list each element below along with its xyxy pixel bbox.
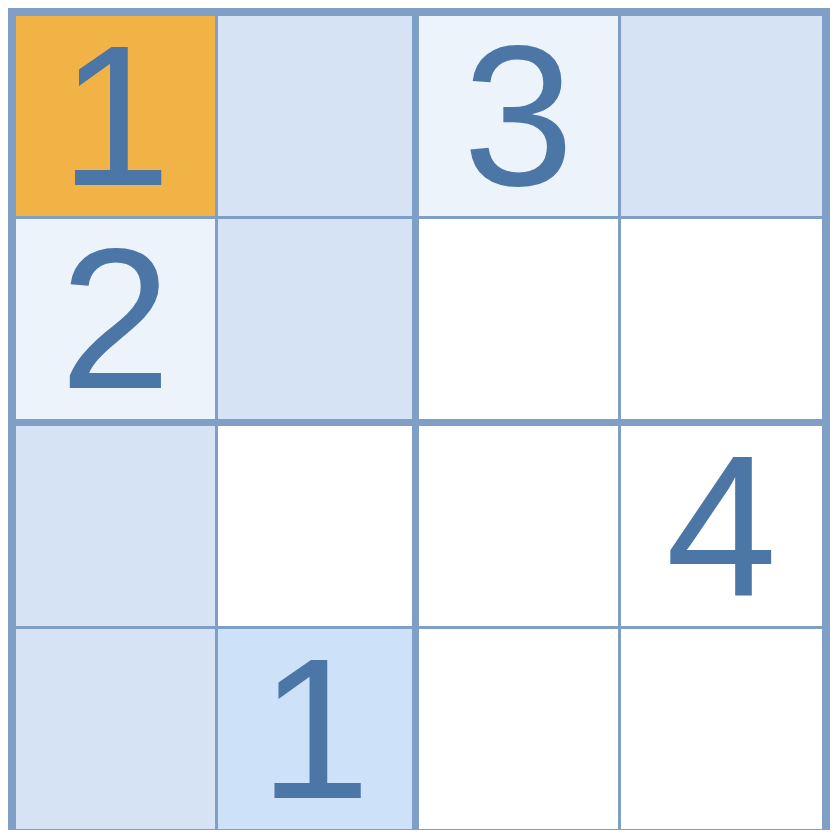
cell-r0c2[interactable]: 3: [419, 16, 621, 219]
cell-r1c0[interactable]: 2: [16, 219, 218, 426]
cell-r3c1[interactable]: 1: [218, 629, 420, 829]
cell-r2c0[interactable]: [16, 426, 218, 629]
sudoku-board: 1 3 2 4 1: [8, 8, 830, 830]
cell-r3c0[interactable]: [16, 629, 218, 829]
page: 1 3 2 4 1: [0, 0, 838, 840]
cell-r1c1[interactable]: [218, 219, 420, 426]
cell-r3c2[interactable]: [419, 629, 621, 829]
cell-r2c2[interactable]: [419, 426, 621, 629]
cell-r2c1[interactable]: [218, 426, 420, 629]
cell-r0c3[interactable]: [621, 16, 823, 219]
cell-r0c0[interactable]: 1: [16, 16, 218, 219]
cell-r0c1[interactable]: [218, 16, 420, 219]
cell-r1c3[interactable]: [621, 219, 823, 426]
cell-r3c3[interactable]: [621, 629, 823, 829]
cell-r1c2[interactable]: [419, 219, 621, 426]
cell-r2c3[interactable]: 4: [621, 426, 823, 629]
